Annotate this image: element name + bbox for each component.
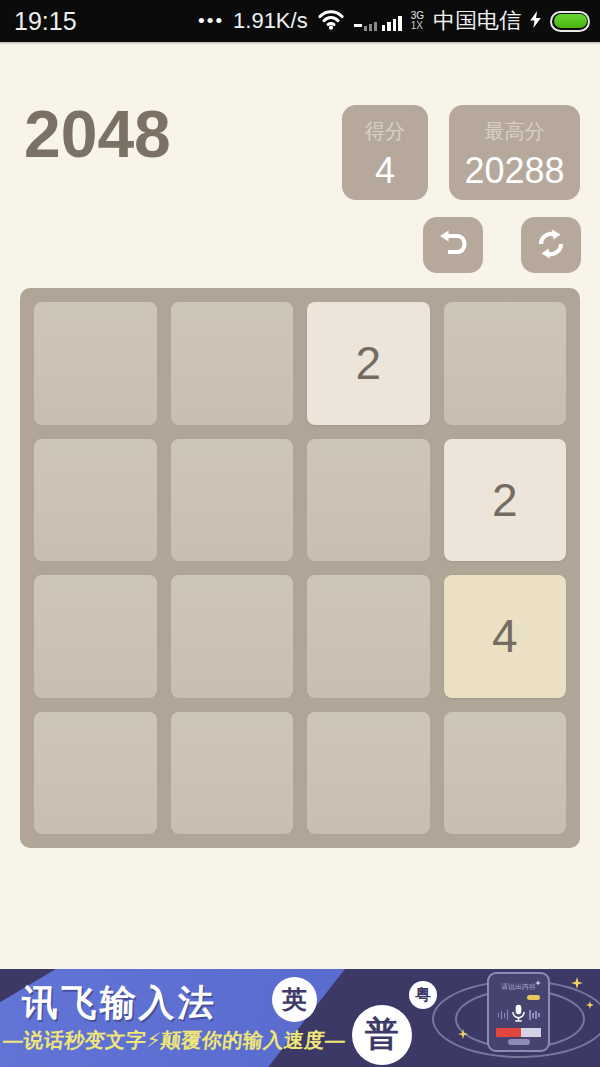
badge-mandarin: 普	[352, 1005, 412, 1065]
network-type-label: 3G 1X	[411, 11, 424, 31]
badge-english: 英	[272, 977, 317, 1022]
undo-button[interactable]	[423, 217, 483, 273]
board-cell-r2c3	[307, 439, 430, 562]
wave-left-icon	[498, 1010, 509, 1020]
sparkle-icon	[458, 1025, 468, 1043]
wifi-icon	[317, 9, 345, 34]
status-bar: 19:15 ••• 1.91K/s	[0, 0, 600, 42]
more-notifications-icon: •••	[198, 0, 224, 42]
status-icons: ••• 1.91K/s	[198, 0, 590, 42]
clock-text: 19:15	[14, 7, 77, 36]
score-value: 4	[375, 150, 395, 192]
sparkle-icon	[571, 975, 583, 993]
ad-subtitle: —说话秒变文字⚡颠覆你的输入速度—	[2, 1027, 347, 1054]
sim1-signal-icon	[354, 22, 377, 31]
board-cell-r4c4	[444, 712, 567, 835]
best-score-box: 最高分 20288	[449, 105, 580, 200]
tile-2-r1c3: 2	[307, 302, 430, 425]
board-cell-r1c2	[171, 302, 294, 425]
board-cell-r4c3	[307, 712, 430, 835]
board-cell-r3c1	[34, 575, 157, 698]
board-cell-r1c4	[444, 302, 567, 425]
ad-banner[interactable]: 讯飞输入法 —说话秒变文字⚡颠覆你的输入速度— 英 普 粤 请说出内容	[0, 969, 600, 1067]
undo-icon	[437, 228, 469, 263]
board-cell-r3c3	[307, 575, 430, 698]
progress-red-segment	[496, 1028, 521, 1037]
board-cell-r2c1	[34, 439, 157, 562]
game-board[interactable]: 2 2 4	[20, 288, 580, 848]
signal-bars-icon	[354, 11, 402, 31]
sparkle-icon	[535, 972, 541, 990]
restart-button[interactable]	[521, 217, 581, 273]
network-speed-text: 1.91K/s	[233, 8, 308, 34]
tile-2-r2c4: 2	[444, 439, 567, 562]
board-cell-r4c2	[171, 712, 294, 835]
screen: 19:15 ••• 1.91K/s	[0, 0, 600, 1067]
score-label: 得分	[365, 118, 405, 145]
board-cell-r3c2	[171, 575, 294, 698]
board-cell-r1c1	[34, 302, 157, 425]
refresh-icon	[535, 228, 567, 263]
yellow-pill-decoration	[527, 995, 540, 1000]
home-button-decoration	[508, 1039, 530, 1045]
best-score-value: 20288	[464, 150, 564, 192]
score-box: 得分 4	[342, 105, 428, 200]
sparkle-icon	[586, 995, 594, 1013]
page-title: 2048	[24, 96, 171, 172]
best-score-label: 最高分	[485, 118, 545, 145]
voice-wave-row	[489, 1004, 548, 1026]
battery-icon	[550, 11, 590, 32]
charging-bolt-icon	[530, 11, 541, 32]
tile-4-r3c4: 4	[444, 575, 567, 698]
sim2-signal-icon	[382, 16, 402, 31]
board-cell-r4c1	[34, 712, 157, 835]
badge-cantonese: 粤	[409, 981, 437, 1009]
carrier-label: 中国电信	[433, 6, 521, 36]
progress-bar	[496, 1028, 541, 1037]
wave-right-icon	[529, 1010, 540, 1020]
ad-title: 讯飞输入法	[21, 979, 218, 1028]
microphone-icon	[511, 1004, 526, 1026]
board-cell-r2c2	[171, 439, 294, 562]
